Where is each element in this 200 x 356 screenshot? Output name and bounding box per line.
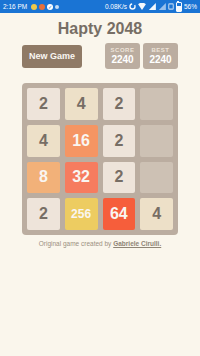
credit-text: Original game created by Gabriele Cirull… [0,240,200,247]
new-game-button[interactable]: New Game [22,45,82,68]
data-saver-icon [129,3,136,10]
empty-cell [140,125,173,157]
best-value: 2240 [149,54,171,65]
notification-app-icon [31,4,37,10]
tile-2: 2 [27,88,60,120]
notification-dot-icon [55,5,59,9]
controls-row: New Game SCORE 2240 BEST 2240 [22,43,178,69]
tile-4: 4 [65,88,98,120]
page-title: Hapty 2048 [0,20,200,38]
tile-32: 32 [65,162,98,194]
tile-16: 16 [65,125,98,157]
signal-icon [148,3,156,10]
status-bar: 2:16 PM ✓ 0.08K/s 56% [0,0,200,13]
score-value: 2240 [111,54,133,65]
tile-2: 2 [27,198,60,230]
signal-icon-sim2 [158,3,166,10]
tile-256: 256 [65,198,98,230]
empty-cell [140,162,173,194]
best-label: BEST [151,47,169,53]
tile-2: 2 [103,162,136,194]
notification-app-icon [39,4,45,10]
tile-64: 64 [103,198,136,230]
clock-time: 2:16 PM [3,0,27,13]
credit-prefix: Original game created by [39,240,113,247]
sim-alert-icon [168,3,174,10]
best-box: BEST 2240 [143,43,178,69]
game-board[interactable]: 242416283222256644 [22,83,178,235]
score-label: SCORE [111,47,135,53]
download-complete-icon: ✓ [47,4,53,10]
score-box: SCORE 2240 [105,43,140,69]
network-speed: 0.08K/s [105,0,127,13]
battery-icon [176,2,182,12]
wifi-icon [138,3,146,10]
tile-8: 8 [27,162,60,194]
tile-4: 4 [140,198,173,230]
tile-4: 4 [27,125,60,157]
empty-cell [140,88,173,120]
author-link[interactable]: Gabriele Cirulli. [113,240,161,247]
score-group: SCORE 2240 BEST 2240 [105,43,178,69]
tile-2: 2 [103,125,136,157]
tile-2: 2 [103,88,136,120]
battery-percent: 56% [184,0,197,13]
